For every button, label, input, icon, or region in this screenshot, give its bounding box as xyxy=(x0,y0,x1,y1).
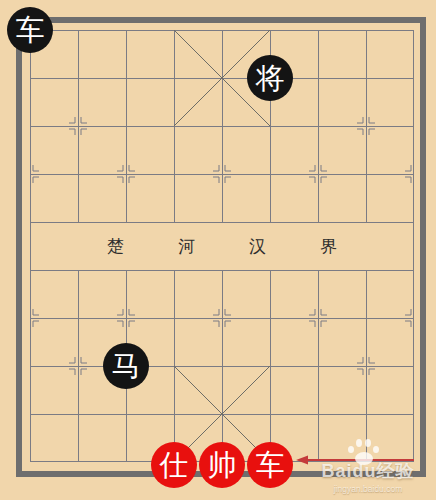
piece-glyph: 将 xyxy=(256,64,285,93)
piece-black-horse[interactable]: 马 xyxy=(103,343,149,389)
river-char: 界 xyxy=(320,235,337,258)
board-cell xyxy=(174,78,222,126)
piece-black-general[interactable]: 将 xyxy=(247,55,293,101)
xiangqi-diagram: 楚河汉界 Baidu经验 jingyan.baidu.com 车将马仕帅车 xyxy=(0,0,436,500)
board-cell xyxy=(222,270,270,318)
piece-glyph: 车 xyxy=(16,16,45,45)
board-cell xyxy=(318,318,366,366)
board-cell xyxy=(30,414,78,462)
board-cell xyxy=(78,414,126,462)
board-cell xyxy=(126,126,174,174)
board-cell xyxy=(366,318,414,366)
board-cell xyxy=(126,78,174,126)
board-cell xyxy=(366,78,414,126)
board-cell xyxy=(174,30,222,78)
board-cell xyxy=(318,414,366,462)
board-cell xyxy=(126,270,174,318)
board-cell xyxy=(366,126,414,174)
board-cell xyxy=(318,126,366,174)
board-cell xyxy=(366,414,414,462)
river-char: 河 xyxy=(178,235,195,258)
board-cell xyxy=(366,174,414,222)
board-cell xyxy=(78,78,126,126)
board-cell xyxy=(222,318,270,366)
board-cell xyxy=(318,30,366,78)
board-cell xyxy=(318,366,366,414)
board-cell xyxy=(270,174,318,222)
board-cell xyxy=(270,318,318,366)
board-cell xyxy=(30,78,78,126)
piece-glyph: 帅 xyxy=(208,451,237,480)
board-cell xyxy=(222,174,270,222)
board-cell xyxy=(222,126,270,174)
piece-glyph: 马 xyxy=(112,352,141,381)
board-cell xyxy=(30,174,78,222)
watermark-url: jingyan.baidu.com xyxy=(306,484,430,494)
piece-red-chariot[interactable]: 车 xyxy=(247,442,293,488)
board-cell xyxy=(174,270,222,318)
piece-red-advisor[interactable]: 仕 xyxy=(151,442,197,488)
river-char: 汉 xyxy=(249,235,266,258)
board-cell xyxy=(78,174,126,222)
board-cell xyxy=(366,366,414,414)
piece-glyph: 仕 xyxy=(160,451,189,480)
board-cell xyxy=(318,78,366,126)
piece-red-general[interactable]: 帅 xyxy=(199,442,245,488)
board-cell xyxy=(126,174,174,222)
piece-glyph: 车 xyxy=(256,451,285,480)
board-cell xyxy=(126,30,174,78)
board-cell xyxy=(174,126,222,174)
board-cell xyxy=(30,366,78,414)
board-cell xyxy=(78,126,126,174)
board-cell xyxy=(30,126,78,174)
river-char: 楚 xyxy=(107,235,124,258)
piece-black-chariot[interactable]: 车 xyxy=(7,7,53,53)
board-cell xyxy=(30,270,78,318)
board-cell xyxy=(270,270,318,318)
board-cell xyxy=(174,174,222,222)
board-cell xyxy=(222,366,270,414)
river: 楚河汉界 xyxy=(30,223,414,269)
board-cell xyxy=(318,270,366,318)
board-cell xyxy=(270,366,318,414)
board-cell xyxy=(174,366,222,414)
board-cell xyxy=(78,30,126,78)
board-cell xyxy=(318,174,366,222)
board-cell xyxy=(30,318,78,366)
board-cell xyxy=(174,318,222,366)
board-cell xyxy=(366,30,414,78)
board-cell xyxy=(270,126,318,174)
board-cell xyxy=(366,270,414,318)
board-cell xyxy=(78,270,126,318)
